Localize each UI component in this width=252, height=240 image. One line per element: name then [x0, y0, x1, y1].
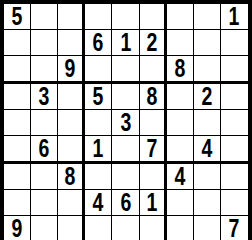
given-digit: 5 — [93, 84, 104, 109]
cell-r4c8[interactable]: 2 — [194, 84, 221, 110]
cell-r9c4[interactable] — [85, 216, 112, 240]
cell-r1c5[interactable] — [112, 4, 139, 30]
cell-r9c9[interactable]: 7 — [221, 216, 248, 240]
cell-r9c2[interactable] — [31, 216, 58, 240]
cell-r7c6[interactable] — [140, 164, 167, 190]
cell-r6c9[interactable] — [221, 136, 248, 164]
given-digit: 8 — [146, 84, 157, 109]
cell-r8c1[interactable] — [4, 190, 31, 216]
cell-r5c1[interactable] — [4, 110, 31, 136]
cell-r1c4[interactable] — [85, 4, 112, 30]
cell-r7c4[interactable] — [85, 164, 112, 190]
given-digit: 8 — [65, 164, 76, 189]
cell-r5c7[interactable] — [167, 110, 194, 136]
given-digit: 6 — [120, 190, 131, 215]
cell-r2c5[interactable]: 1 — [112, 30, 139, 56]
cell-r4c6[interactable]: 8 — [140, 84, 167, 110]
cell-r8c5[interactable]: 6 — [112, 190, 139, 216]
given-digit: 3 — [120, 110, 131, 135]
cell-r9c1[interactable]: 9 — [4, 216, 31, 240]
given-digit: 1 — [229, 4, 240, 29]
cell-r7c1[interactable] — [4, 164, 31, 190]
cell-r2c1[interactable] — [4, 30, 31, 56]
cell-r9c8[interactable] — [194, 216, 221, 240]
cell-r3c9[interactable] — [221, 56, 248, 84]
given-digit: 7 — [146, 136, 157, 161]
cell-r2c7[interactable] — [167, 30, 194, 56]
cell-r1c8[interactable] — [194, 4, 221, 30]
cell-r3c4[interactable] — [85, 56, 112, 84]
cell-r7c7[interactable]: 4 — [167, 164, 194, 190]
cell-r6c3[interactable] — [58, 136, 85, 164]
cell-r2c2[interactable] — [31, 30, 58, 56]
cell-r1c6[interactable] — [140, 4, 167, 30]
cell-r9c7[interactable] — [167, 216, 194, 240]
cell-r3c1[interactable] — [4, 56, 31, 84]
cell-r9c5[interactable] — [112, 216, 139, 240]
given-digit: 4 — [174, 164, 185, 189]
given-digit: 4 — [93, 190, 104, 215]
cell-r5c9[interactable] — [221, 110, 248, 136]
given-digit: 1 — [93, 136, 104, 161]
cell-r7c8[interactable] — [194, 164, 221, 190]
cell-r1c3[interactable] — [58, 4, 85, 30]
cell-r6c6[interactable]: 7 — [140, 136, 167, 164]
cell-r9c6[interactable] — [140, 216, 167, 240]
cell-r6c8[interactable]: 4 — [194, 136, 221, 164]
given-digit: 9 — [12, 216, 23, 240]
cell-r1c7[interactable] — [167, 4, 194, 30]
cell-r5c4[interactable] — [85, 110, 112, 136]
cell-r4c3[interactable] — [58, 84, 85, 110]
cell-r2c6[interactable]: 2 — [140, 30, 167, 56]
cell-r8c2[interactable] — [31, 190, 58, 216]
cell-r5c5[interactable]: 3 — [112, 110, 139, 136]
given-digit: 7 — [229, 216, 240, 240]
given-digit: 1 — [120, 30, 131, 55]
cell-r3c3[interactable]: 9 — [58, 56, 85, 84]
cell-r4c2[interactable]: 3 — [31, 84, 58, 110]
cell-r6c2[interactable]: 6 — [31, 136, 58, 164]
given-digit: 5 — [12, 4, 23, 29]
given-digit: 2 — [146, 30, 157, 55]
sudoku-board: 51612983582361748446197 — [0, 0, 252, 240]
cell-r3c5[interactable] — [112, 56, 139, 84]
cell-r7c3[interactable]: 8 — [58, 164, 85, 190]
given-digit: 9 — [65, 56, 76, 81]
cell-r8c9[interactable] — [221, 190, 248, 216]
cell-r8c3[interactable] — [58, 190, 85, 216]
cell-r7c2[interactable] — [31, 164, 58, 190]
cell-r1c1[interactable]: 5 — [4, 4, 31, 30]
cell-r5c6[interactable] — [140, 110, 167, 136]
cell-r4c5[interactable] — [112, 84, 139, 110]
cell-r5c2[interactable] — [31, 110, 58, 136]
cell-r5c3[interactable] — [58, 110, 85, 136]
cell-r2c8[interactable] — [194, 30, 221, 56]
cell-r6c5[interactable] — [112, 136, 139, 164]
cell-r1c2[interactable] — [31, 4, 58, 30]
cell-r7c5[interactable] — [112, 164, 139, 190]
given-digit: 6 — [39, 136, 50, 161]
cell-r9c3[interactable] — [58, 216, 85, 240]
cell-r4c4[interactable]: 5 — [85, 84, 112, 110]
given-digit: 1 — [146, 190, 157, 215]
cell-r3c8[interactable] — [194, 56, 221, 84]
cell-r3c2[interactable] — [31, 56, 58, 84]
cell-r6c1[interactable] — [4, 136, 31, 164]
cell-r2c9[interactable] — [221, 30, 248, 56]
given-digit: 8 — [174, 56, 185, 81]
cell-r4c9[interactable] — [221, 84, 248, 110]
cell-r3c6[interactable] — [140, 56, 167, 84]
cell-r4c1[interactable] — [4, 84, 31, 110]
cell-r8c8[interactable] — [194, 190, 221, 216]
given-digit: 3 — [39, 84, 50, 109]
cell-r8c4[interactable]: 4 — [85, 190, 112, 216]
cell-r8c6[interactable]: 1 — [140, 190, 167, 216]
cell-r2c3[interactable] — [58, 30, 85, 56]
cell-r8c7[interactable] — [167, 190, 194, 216]
cell-r4c7[interactable] — [167, 84, 194, 110]
given-digit: 2 — [201, 84, 212, 109]
cell-r2c4[interactable]: 6 — [85, 30, 112, 56]
cell-r5c8[interactable] — [194, 110, 221, 136]
cell-r1c9[interactable]: 1 — [221, 4, 248, 30]
cell-r6c7[interactable] — [167, 136, 194, 164]
given-digit: 4 — [201, 136, 212, 161]
cell-r3c7[interactable]: 8 — [167, 56, 194, 84]
cell-r7c9[interactable] — [221, 164, 248, 190]
given-digit: 6 — [93, 30, 104, 55]
cell-r6c4[interactable]: 1 — [85, 136, 112, 164]
